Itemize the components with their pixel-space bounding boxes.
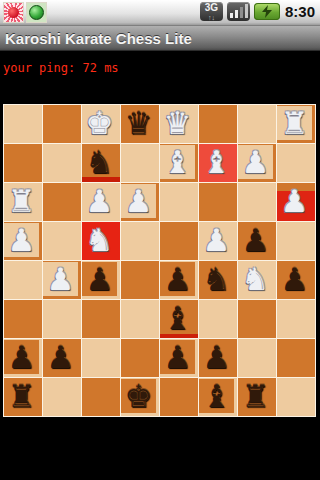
white-pawn: ♟ — [86, 184, 114, 218]
piece-sprite: ♟ — [43, 262, 78, 296]
black-pawn: ♟ — [86, 262, 114, 296]
black-knight: ♞ — [203, 262, 231, 296]
square-d8[interactable]: ♛ — [121, 105, 159, 143]
square-c2[interactable] — [82, 339, 120, 377]
piece-sprite: ♟ — [238, 145, 273, 179]
piece-sprite: ♜ — [238, 379, 273, 413]
square-f8[interactable] — [199, 105, 237, 143]
square-d1[interactable]: ♚ — [121, 378, 159, 416]
square-e6[interactable] — [160, 183, 198, 221]
piece-sprite: ♟ — [199, 340, 234, 374]
square-a2[interactable]: ♟ — [4, 339, 42, 377]
white-pawn: ♟ — [242, 145, 270, 179]
square-h8[interactable]: ♜ — [277, 105, 315, 143]
square-c3[interactable] — [82, 300, 120, 338]
piece-sprite: ♛ — [121, 106, 156, 140]
square-d6[interactable]: ♟ — [121, 183, 159, 221]
black-knight: ♞ — [86, 145, 114, 179]
title-bar: Karoshi Karate Chess Lite — [0, 26, 320, 51]
square-g8[interactable] — [238, 105, 276, 143]
piece-sprite: ♟ — [238, 223, 273, 257]
signal-strength-icon — [227, 2, 250, 21]
square-a6[interactable]: ♜ — [4, 183, 42, 221]
square-a7[interactable] — [4, 144, 42, 182]
square-h4[interactable]: ♟ — [277, 261, 315, 299]
system-icons: 3G ↑↓ 8:30 — [200, 2, 318, 21]
piece-sprite: ♝ — [160, 145, 195, 179]
ping-status-text: your ping: 72 ms — [3, 61, 119, 75]
square-a8[interactable] — [4, 105, 42, 143]
square-b1[interactable] — [43, 378, 81, 416]
square-h7[interactable] — [277, 144, 315, 182]
square-f5[interactable]: ♟ — [199, 222, 237, 260]
square-f2[interactable]: ♟ — [199, 339, 237, 377]
white-knight: ♞ — [242, 262, 270, 296]
piece-sprite: ♟ — [160, 340, 195, 374]
square-d5[interactable] — [121, 222, 159, 260]
green-ball-notification-icon — [26, 2, 47, 23]
network-3g-icon: 3G ↑↓ — [200, 2, 223, 21]
piece-sprite: ♟ — [160, 262, 195, 296]
square-b4[interactable]: ♟ — [43, 261, 81, 299]
white-pawn: ♟ — [125, 184, 153, 218]
black-king: ♚ — [125, 379, 153, 413]
square-g7[interactable]: ♟ — [238, 144, 276, 182]
square-b5[interactable] — [43, 222, 81, 260]
square-g4[interactable]: ♞ — [238, 261, 276, 299]
piece-sprite: ♜ — [277, 106, 312, 140]
square-d7[interactable] — [121, 144, 159, 182]
white-pawn: ♟ — [47, 262, 75, 296]
white-pawn: ♟ — [8, 223, 36, 257]
piece-sprite: ♜ — [4, 184, 39, 218]
piece-sprite: ♞ — [82, 223, 117, 257]
square-f7[interactable]: ♝ — [199, 144, 237, 182]
piece-sprite: ♛ — [160, 106, 195, 140]
piece-sprite: ♜ — [4, 379, 39, 413]
square-d3[interactable] — [121, 300, 159, 338]
square-g3[interactable] — [238, 300, 276, 338]
white-bishop: ♝ — [164, 145, 192, 179]
piece-sprite: ♚ — [121, 379, 156, 413]
piece-sprite: ♞ — [238, 262, 273, 296]
square-h6[interactable]: ♟ — [277, 183, 315, 221]
square-a1[interactable]: ♜ — [4, 378, 42, 416]
rising-sun-notification-icon — [3, 2, 24, 23]
square-h1[interactable] — [277, 378, 315, 416]
white-rook: ♜ — [8, 184, 36, 218]
square-c7[interactable]: ♞ — [82, 144, 120, 182]
notification-area — [3, 2, 47, 23]
square-a5[interactable]: ♟ — [4, 222, 42, 260]
piece-sprite: ♚ — [82, 106, 117, 140]
app-title: Karoshi Karate Chess Lite — [0, 30, 192, 47]
black-bishop: ♝ — [203, 379, 231, 413]
white-pawn: ♟ — [281, 184, 309, 218]
piece-sprite: ♝ — [160, 301, 195, 335]
piece-sprite: ♞ — [82, 145, 117, 179]
square-f6[interactable] — [199, 183, 237, 221]
ball-core — [29, 5, 44, 20]
black-pawn: ♟ — [8, 340, 36, 374]
black-rook: ♜ — [8, 379, 36, 413]
square-d4[interactable] — [121, 261, 159, 299]
black-rook: ♜ — [242, 379, 270, 413]
square-c1[interactable] — [82, 378, 120, 416]
lightning-bolt-icon — [261, 5, 273, 18]
status-bar[interactable]: 3G ↑↓ 8:30 — [0, 0, 320, 26]
white-queen: ♛ — [164, 106, 192, 140]
square-b2[interactable]: ♟ — [43, 339, 81, 377]
piece-sprite: ♟ — [121, 184, 156, 218]
square-a4[interactable] — [4, 261, 42, 299]
black-pawn: ♟ — [164, 262, 192, 296]
square-e1[interactable] — [160, 378, 198, 416]
piece-sprite: ♟ — [4, 223, 39, 257]
status-clock: 8:30 — [285, 3, 315, 20]
black-pawn: ♟ — [47, 340, 75, 374]
square-g2[interactable] — [238, 339, 276, 377]
square-f1[interactable]: ♝ — [199, 378, 237, 416]
white-pawn: ♟ — [203, 223, 231, 257]
data-arrows-icon: ↑↓ — [200, 14, 223, 21]
square-h5[interactable] — [277, 222, 315, 260]
piece-sprite: ♟ — [199, 223, 234, 257]
square-h2[interactable] — [277, 339, 315, 377]
black-pawn: ♟ — [281, 262, 309, 296]
square-b6[interactable] — [43, 183, 81, 221]
white-king: ♚ — [86, 106, 114, 140]
square-f4[interactable]: ♞ — [199, 261, 237, 299]
square-g6[interactable] — [238, 183, 276, 221]
white-bishop: ♝ — [203, 145, 231, 179]
square-g5[interactable]: ♟ — [238, 222, 276, 260]
signal-bars — [230, 4, 248, 18]
piece-sprite: ♟ — [277, 262, 312, 296]
black-pawn: ♟ — [164, 340, 192, 374]
square-e8[interactable]: ♛ — [160, 105, 198, 143]
black-pawn: ♟ — [242, 223, 270, 257]
square-e4[interactable]: ♟ — [160, 261, 198, 299]
square-f3[interactable] — [199, 300, 237, 338]
square-g1[interactable]: ♜ — [238, 378, 276, 416]
piece-sprite: ♟ — [277, 184, 312, 218]
square-a3[interactable] — [4, 300, 42, 338]
piece-sprite: ♝ — [199, 379, 234, 413]
black-queen: ♛ — [125, 106, 153, 140]
piece-sprite: ♟ — [43, 340, 78, 374]
square-b3[interactable] — [43, 300, 81, 338]
piece-sprite: ♟ — [82, 262, 117, 296]
chess-board[interactable]: ♚♛♛♜♞♝♝♟♜♟♟♟♟♞♟♟♟♟♟♞♞♟♝♟♟♟♟♜♚♝♜ — [3, 104, 316, 417]
square-e5[interactable] — [160, 222, 198, 260]
piece-sprite: ♞ — [199, 262, 234, 296]
square-c4[interactable]: ♟ — [82, 261, 120, 299]
square-c8[interactable]: ♚ — [82, 105, 120, 143]
phone-screen: 3G ↑↓ 8:30 Karoshi Karate Chess Lite you… — [0, 0, 320, 480]
piece-sprite: ♟ — [4, 340, 39, 374]
square-c5[interactable]: ♞ — [82, 222, 120, 260]
sun-core — [8, 7, 19, 18]
square-e7[interactable]: ♝ — [160, 144, 198, 182]
battery-charging-icon — [254, 3, 280, 20]
piece-sprite: ♟ — [82, 184, 117, 218]
square-h3[interactable] — [277, 300, 315, 338]
square-c6[interactable]: ♟ — [82, 183, 120, 221]
square-e3[interactable]: ♝ — [160, 300, 198, 338]
piece-sprite: ♝ — [199, 145, 234, 179]
black-bishop: ♝ — [164, 301, 192, 335]
square-b7[interactable] — [43, 144, 81, 182]
square-d2[interactable] — [121, 339, 159, 377]
network-3g-label: 3G — [200, 3, 223, 13]
square-e2[interactable]: ♟ — [160, 339, 198, 377]
black-pawn: ♟ — [203, 340, 231, 374]
white-rook: ♜ — [281, 106, 309, 140]
white-knight: ♞ — [86, 223, 114, 257]
square-b8[interactable] — [43, 105, 81, 143]
